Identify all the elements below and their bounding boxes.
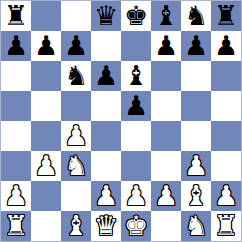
piece-black-rook: ♜ — [4, 1, 28, 31]
square-b1[interactable] — [31, 211, 61, 241]
piece-black-king: ♚ — [124, 1, 148, 31]
square-b8[interactable] — [31, 1, 61, 31]
piece-black-pawn: ♟ — [154, 31, 178, 61]
piece-white-king: ♚ — [124, 211, 148, 241]
piece-white-knight: ♞ — [184, 211, 208, 241]
square-d2[interactable]: ♟ — [91, 181, 121, 211]
square-c6[interactable]: ♞ — [61, 61, 91, 91]
square-g6[interactable] — [181, 61, 211, 91]
square-e5[interactable]: ♟ — [121, 91, 151, 121]
square-h6[interactable] — [211, 61, 241, 91]
square-c2[interactable] — [61, 181, 91, 211]
square-h8[interactable]: ♜ — [211, 1, 241, 31]
piece-black-knight: ♞ — [64, 61, 88, 91]
square-h4[interactable] — [211, 121, 241, 151]
piece-white-bishop: ♝ — [64, 211, 88, 241]
square-c5[interactable] — [61, 91, 91, 121]
square-f1[interactable] — [151, 211, 181, 241]
piece-black-pawn: ♟ — [124, 91, 148, 121]
square-a3[interactable] — [1, 151, 31, 181]
square-a1[interactable]: ♜ — [1, 211, 31, 241]
square-c3[interactable]: ♞ — [61, 151, 91, 181]
square-a6[interactable] — [1, 61, 31, 91]
square-g4[interactable] — [181, 121, 211, 151]
piece-black-pawn: ♟ — [4, 31, 28, 61]
square-e6[interactable]: ♝ — [121, 61, 151, 91]
piece-white-pawn: ♟ — [184, 151, 208, 181]
square-h7[interactable]: ♟ — [211, 31, 241, 61]
square-e7[interactable] — [121, 31, 151, 61]
piece-white-pawn: ♟ — [214, 181, 238, 211]
square-c8[interactable] — [61, 1, 91, 31]
square-g1[interactable]: ♞ — [181, 211, 211, 241]
piece-black-pawn: ♟ — [64, 31, 88, 61]
piece-white-knight: ♞ — [64, 151, 88, 181]
square-a8[interactable]: ♜ — [1, 1, 31, 31]
square-g2[interactable]: ♝ — [181, 181, 211, 211]
square-d3[interactable] — [91, 151, 121, 181]
square-b5[interactable] — [31, 91, 61, 121]
chess-board: ♜♛♚♝♞♜♟♟♟♟♟♟♞♟♝♟♟♟♞♟♟♟♟♟♝♟♜♝♛♚♞♜ — [0, 0, 242, 242]
square-d7[interactable] — [91, 31, 121, 61]
square-f2[interactable]: ♟ — [151, 181, 181, 211]
square-b7[interactable]: ♟ — [31, 31, 61, 61]
square-b3[interactable]: ♟ — [31, 151, 61, 181]
square-d4[interactable] — [91, 121, 121, 151]
piece-white-pawn: ♟ — [94, 181, 118, 211]
square-c1[interactable]: ♝ — [61, 211, 91, 241]
square-c7[interactable]: ♟ — [61, 31, 91, 61]
square-h2[interactable]: ♟ — [211, 181, 241, 211]
square-b2[interactable] — [31, 181, 61, 211]
piece-white-pawn: ♟ — [64, 121, 88, 151]
square-c4[interactable]: ♟ — [61, 121, 91, 151]
square-e4[interactable] — [121, 121, 151, 151]
piece-black-knight: ♞ — [184, 1, 208, 31]
square-b4[interactable] — [31, 121, 61, 151]
square-e1[interactable]: ♚ — [121, 211, 151, 241]
piece-black-rook: ♜ — [214, 1, 238, 31]
square-a7[interactable]: ♟ — [1, 31, 31, 61]
piece-black-pawn: ♟ — [184, 31, 208, 61]
square-b6[interactable] — [31, 61, 61, 91]
piece-black-pawn: ♟ — [94, 61, 118, 91]
piece-black-queen: ♛ — [94, 1, 118, 31]
square-f4[interactable] — [151, 121, 181, 151]
piece-white-rook: ♜ — [4, 211, 28, 241]
square-e3[interactable] — [121, 151, 151, 181]
square-h3[interactable] — [211, 151, 241, 181]
square-a2[interactable]: ♟ — [1, 181, 31, 211]
square-f8[interactable]: ♝ — [151, 1, 181, 31]
square-d8[interactable]: ♛ — [91, 1, 121, 31]
square-d6[interactable]: ♟ — [91, 61, 121, 91]
piece-black-pawn: ♟ — [214, 31, 238, 61]
piece-white-pawn: ♟ — [4, 181, 28, 211]
piece-white-pawn: ♟ — [34, 151, 58, 181]
piece-white-pawn: ♟ — [154, 181, 178, 211]
square-d1[interactable]: ♛ — [91, 211, 121, 241]
piece-white-queen: ♛ — [94, 211, 118, 241]
square-h5[interactable] — [211, 91, 241, 121]
piece-black-pawn: ♟ — [34, 31, 58, 61]
piece-white-rook: ♜ — [214, 211, 238, 241]
square-e2[interactable]: ♟ — [121, 181, 151, 211]
square-a4[interactable] — [1, 121, 31, 151]
square-d5[interactable] — [91, 91, 121, 121]
square-f3[interactable] — [151, 151, 181, 181]
square-f5[interactable] — [151, 91, 181, 121]
square-g3[interactable]: ♟ — [181, 151, 211, 181]
square-g7[interactable]: ♟ — [181, 31, 211, 61]
square-a5[interactable] — [1, 91, 31, 121]
square-g5[interactable] — [181, 91, 211, 121]
piece-white-bishop: ♝ — [184, 181, 208, 211]
square-g8[interactable]: ♞ — [181, 1, 211, 31]
piece-black-bishop: ♝ — [154, 1, 178, 31]
piece-white-pawn: ♟ — [124, 181, 148, 211]
square-f7[interactable]: ♟ — [151, 31, 181, 61]
square-h1[interactable]: ♜ — [211, 211, 241, 241]
square-e8[interactable]: ♚ — [121, 1, 151, 31]
square-f6[interactable] — [151, 61, 181, 91]
piece-black-bishop: ♝ — [124, 61, 148, 91]
